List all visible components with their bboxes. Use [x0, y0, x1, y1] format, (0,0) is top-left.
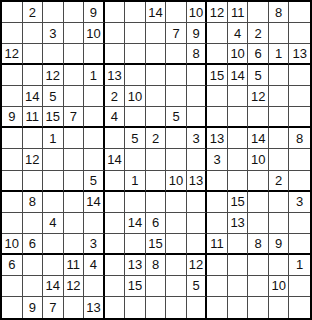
- cell-r2c15[interactable]: [289, 23, 310, 44]
- cell-r9c8[interactable]: [146, 171, 167, 192]
- cell-r1c15[interactable]: [289, 2, 310, 23]
- cell-r14c4[interactable]: 12: [64, 276, 85, 297]
- cell-r4c3[interactable]: 12: [43, 65, 64, 86]
- cell-r3c15[interactable]: 13: [289, 44, 310, 65]
- cell-r1c12[interactable]: 11: [228, 2, 249, 23]
- cell-r7c13[interactable]: 14: [248, 128, 269, 149]
- cell-r9c12[interactable]: [228, 171, 249, 192]
- cell-r2c1[interactable]: [2, 23, 23, 44]
- cell-r1c8[interactable]: 14: [146, 2, 167, 23]
- cell-r10c1[interactable]: [2, 192, 23, 213]
- cell-r14c8[interactable]: [146, 276, 167, 297]
- cell-r4c13[interactable]: 5: [248, 65, 269, 86]
- cell-r8c9[interactable]: [166, 149, 187, 170]
- cell-r4c14[interactable]: [269, 65, 290, 86]
- cell-r5c3[interactable]: 5: [43, 86, 64, 107]
- cell-r6c14[interactable]: [269, 107, 290, 128]
- cell-r10c2[interactable]: 8: [23, 192, 44, 213]
- cell-r14c11[interactable]: [207, 276, 228, 297]
- cell-r2c8[interactable]: [146, 23, 167, 44]
- cell-r2c10[interactable]: 9: [187, 23, 208, 44]
- cell-r7c5[interactable]: [84, 128, 105, 149]
- cell-r12c1[interactable]: 10: [2, 234, 23, 255]
- cell-r6c11[interactable]: [207, 107, 228, 128]
- sudoku-board: 2914101211831079421281061131211315145145…: [0, 0, 312, 320]
- cell-r7c7[interactable]: 5: [125, 128, 146, 149]
- cell-r3c6[interactable]: [105, 44, 126, 65]
- cell-r10c11[interactable]: [207, 192, 228, 213]
- cell-r11c4[interactable]: [64, 213, 85, 234]
- cell-r4c5[interactable]: 1: [84, 65, 105, 86]
- cell-r3c14[interactable]: 1: [269, 44, 290, 65]
- cell-r10c14[interactable]: [269, 192, 290, 213]
- cell-r4c2[interactable]: [23, 65, 44, 86]
- cell-r12c3[interactable]: [43, 234, 64, 255]
- cell-r10c7[interactable]: [125, 192, 146, 213]
- cell-r13c3[interactable]: [43, 255, 64, 276]
- cell-r6c8[interactable]: [146, 107, 167, 128]
- cell-r6c5[interactable]: [84, 107, 105, 128]
- cell-r3c2[interactable]: [23, 44, 44, 65]
- cell-r6c3[interactable]: 15: [43, 107, 64, 128]
- cell-r11c7[interactable]: 14: [125, 213, 146, 234]
- cell-r14c12[interactable]: [228, 276, 249, 297]
- cell-r7c1[interactable]: [2, 128, 23, 149]
- cell-r8c14[interactable]: [269, 149, 290, 170]
- cell-r7c11[interactable]: 13: [207, 128, 228, 149]
- cell-r3c9[interactable]: [166, 44, 187, 65]
- cell-r3c1[interactable]: 12: [2, 44, 23, 65]
- cell-r2c2[interactable]: [23, 23, 44, 44]
- cell-r2c7[interactable]: [125, 23, 146, 44]
- cell-r7c8[interactable]: 2: [146, 128, 167, 149]
- cell-r15c15[interactable]: [289, 297, 310, 318]
- cell-r10c15[interactable]: 3: [289, 192, 310, 213]
- cell-r15c11[interactable]: [207, 297, 228, 318]
- cell-r13c5[interactable]: 4: [84, 255, 105, 276]
- cell-r9c15[interactable]: [289, 171, 310, 192]
- cell-r5c6[interactable]: 2: [105, 86, 126, 107]
- cell-r2c9[interactable]: 7: [166, 23, 187, 44]
- cell-r4c15[interactable]: [289, 65, 310, 86]
- cell-r11c1[interactable]: [2, 213, 23, 234]
- cell-r8c12[interactable]: [228, 149, 249, 170]
- cell-r10c4[interactable]: [64, 192, 85, 213]
- cell-r3c5[interactable]: [84, 44, 105, 65]
- cell-r3c12[interactable]: 10: [228, 44, 249, 65]
- cell-r14c14[interactable]: 10: [269, 276, 290, 297]
- cell-r9c7[interactable]: 1: [125, 171, 146, 192]
- cell-r9c9[interactable]: 10: [166, 171, 187, 192]
- cell-r1c14[interactable]: 8: [269, 2, 290, 23]
- cell-r3c13[interactable]: 6: [248, 44, 269, 65]
- cell-r13c6[interactable]: [105, 255, 126, 276]
- cell-r12c13[interactable]: 8: [248, 234, 269, 255]
- cell-r10c9[interactable]: [166, 192, 187, 213]
- cell-r15c9[interactable]: [166, 297, 187, 318]
- cell-r14c15[interactable]: [289, 276, 310, 297]
- cell-r12c7[interactable]: [125, 234, 146, 255]
- cell-r11c10[interactable]: [187, 213, 208, 234]
- cell-r5c5[interactable]: [84, 86, 105, 107]
- cell-r9c1[interactable]: [2, 171, 23, 192]
- cell-r7c9[interactable]: [166, 128, 187, 149]
- cell-r5c4[interactable]: [64, 86, 85, 107]
- cell-r13c9[interactable]: [166, 255, 187, 276]
- cell-r2c5[interactable]: 10: [84, 23, 105, 44]
- cell-r12c11[interactable]: 11: [207, 234, 228, 255]
- cell-r11c5[interactable]: [84, 213, 105, 234]
- cell-r14c5[interactable]: [84, 276, 105, 297]
- cell-r11c9[interactable]: [166, 213, 187, 234]
- cell-r8c15[interactable]: [289, 149, 310, 170]
- cell-r13c10[interactable]: 12: [187, 255, 208, 276]
- cell-r5c8[interactable]: [146, 86, 167, 107]
- cell-r1c4[interactable]: [64, 2, 85, 23]
- cell-r14c6[interactable]: [105, 276, 126, 297]
- cell-r15c8[interactable]: [146, 297, 167, 318]
- cell-r9c13[interactable]: [248, 171, 269, 192]
- cell-r11c6[interactable]: [105, 213, 126, 234]
- cell-r13c7[interactable]: 13: [125, 255, 146, 276]
- cell-r7c14[interactable]: [269, 128, 290, 149]
- cell-r1c1[interactable]: [2, 2, 23, 23]
- cell-r7c12[interactable]: [228, 128, 249, 149]
- cell-r6c6[interactable]: 4: [105, 107, 126, 128]
- cell-r10c8[interactable]: [146, 192, 167, 213]
- cell-r9c10[interactable]: 13: [187, 171, 208, 192]
- cell-r3c10[interactable]: 8: [187, 44, 208, 65]
- cell-r13c13[interactable]: [248, 255, 269, 276]
- cell-r11c13[interactable]: [248, 213, 269, 234]
- cell-r15c5[interactable]: 13: [84, 297, 105, 318]
- cell-r9c3[interactable]: [43, 171, 64, 192]
- cell-r14c10[interactable]: 5: [187, 276, 208, 297]
- cell-r4c4[interactable]: [64, 65, 85, 86]
- cell-r8c11[interactable]: 3: [207, 149, 228, 170]
- cell-r8c13[interactable]: 10: [248, 149, 269, 170]
- cell-r15c10[interactable]: [187, 297, 208, 318]
- cell-r7c15[interactable]: 8: [289, 128, 310, 149]
- cell-r15c3[interactable]: 7: [43, 297, 64, 318]
- cell-r2c13[interactable]: 2: [248, 23, 269, 44]
- cell-r3c4[interactable]: [64, 44, 85, 65]
- cell-r14c1[interactable]: [2, 276, 23, 297]
- cell-r14c9[interactable]: [166, 276, 187, 297]
- cell-r15c7[interactable]: [125, 297, 146, 318]
- cell-r14c13[interactable]: [248, 276, 269, 297]
- cell-r1c3[interactable]: [43, 2, 64, 23]
- cell-r15c4[interactable]: [64, 297, 85, 318]
- cell-r6c4[interactable]: 7: [64, 107, 85, 128]
- cell-r4c6[interactable]: 13: [105, 65, 126, 86]
- cell-r6c7[interactable]: [125, 107, 146, 128]
- cell-r10c6[interactable]: [105, 192, 126, 213]
- cell-r12c14[interactable]: 9: [269, 234, 290, 255]
- cell-r10c3[interactable]: [43, 192, 64, 213]
- cell-r10c10[interactable]: [187, 192, 208, 213]
- cell-r7c2[interactable]: [23, 128, 44, 149]
- cell-r12c2[interactable]: 6: [23, 234, 44, 255]
- cell-r2c3[interactable]: 3: [43, 23, 64, 44]
- cell-r2c11[interactable]: [207, 23, 228, 44]
- cell-r8c5[interactable]: [84, 149, 105, 170]
- cell-r1c10[interactable]: 10: [187, 2, 208, 23]
- cell-r15c2[interactable]: 9: [23, 297, 44, 318]
- cell-r11c11[interactable]: [207, 213, 228, 234]
- cell-r5c7[interactable]: 10: [125, 86, 146, 107]
- cell-r11c14[interactable]: [269, 213, 290, 234]
- cell-r7c4[interactable]: [64, 128, 85, 149]
- cell-r13c14[interactable]: [269, 255, 290, 276]
- cell-r7c3[interactable]: 1: [43, 128, 64, 149]
- cell-r3c8[interactable]: [146, 44, 167, 65]
- cell-r7c10[interactable]: 3: [187, 128, 208, 149]
- cell-r6c13[interactable]: [248, 107, 269, 128]
- cell-r8c3[interactable]: [43, 149, 64, 170]
- cell-r13c2[interactable]: [23, 255, 44, 276]
- cell-r11c8[interactable]: 6: [146, 213, 167, 234]
- cell-r4c8[interactable]: [146, 65, 167, 86]
- cell-r5c13[interactable]: 12: [248, 86, 269, 107]
- cell-r5c2[interactable]: 14: [23, 86, 44, 107]
- cell-r1c11[interactable]: 12: [207, 2, 228, 23]
- cell-r1c5[interactable]: 9: [84, 2, 105, 23]
- cell-r13c8[interactable]: 8: [146, 255, 167, 276]
- cell-r4c1[interactable]: [2, 65, 23, 86]
- cell-r4c7[interactable]: [125, 65, 146, 86]
- cell-r8c8[interactable]: [146, 149, 167, 170]
- cell-r11c12[interactable]: 13: [228, 213, 249, 234]
- cell-r11c15[interactable]: [289, 213, 310, 234]
- cell-r5c14[interactable]: [269, 86, 290, 107]
- cell-r4c9[interactable]: [166, 65, 187, 86]
- cell-r5c1[interactable]: [2, 86, 23, 107]
- cell-r2c6[interactable]: [105, 23, 126, 44]
- cell-r10c12[interactable]: 15: [228, 192, 249, 213]
- cell-r13c12[interactable]: [228, 255, 249, 276]
- cell-r12c10[interactable]: [187, 234, 208, 255]
- cell-r15c13[interactable]: [248, 297, 269, 318]
- cell-r12c12[interactable]: [228, 234, 249, 255]
- cell-r1c6[interactable]: [105, 2, 126, 23]
- cell-r8c7[interactable]: [125, 149, 146, 170]
- cell-r8c2[interactable]: 12: [23, 149, 44, 170]
- cell-r6c15[interactable]: [289, 107, 310, 128]
- cell-r9c11[interactable]: [207, 171, 228, 192]
- cell-r2c12[interactable]: 4: [228, 23, 249, 44]
- cell-r12c8[interactable]: 15: [146, 234, 167, 255]
- cell-r2c4[interactable]: [64, 23, 85, 44]
- cell-r12c15[interactable]: [289, 234, 310, 255]
- cell-r14c3[interactable]: 14: [43, 276, 64, 297]
- cell-r9c14[interactable]: 2: [269, 171, 290, 192]
- cell-r9c6[interactable]: [105, 171, 126, 192]
- cell-r11c2[interactable]: [23, 213, 44, 234]
- cell-r1c9[interactable]: [166, 2, 187, 23]
- cell-r13c15[interactable]: 1: [289, 255, 310, 276]
- cell-r3c3[interactable]: [43, 44, 64, 65]
- cell-r6c9[interactable]: 5: [166, 107, 187, 128]
- cell-r8c1[interactable]: [2, 149, 23, 170]
- cell-r15c14[interactable]: [269, 297, 290, 318]
- cell-r5c15[interactable]: [289, 86, 310, 107]
- cell-r3c11[interactable]: [207, 44, 228, 65]
- cell-r13c4[interactable]: 11: [64, 255, 85, 276]
- cell-r6c10[interactable]: [187, 107, 208, 128]
- cell-r14c2[interactable]: [23, 276, 44, 297]
- cell-r13c1[interactable]: 6: [2, 255, 23, 276]
- cell-r7c6[interactable]: [105, 128, 126, 149]
- cell-r5c11[interactable]: [207, 86, 228, 107]
- cell-r13c11[interactable]: [207, 255, 228, 276]
- cell-r2c14[interactable]: [269, 23, 290, 44]
- cell-r9c5[interactable]: 5: [84, 171, 105, 192]
- cell-r15c1[interactable]: [2, 297, 23, 318]
- cell-r4c12[interactable]: 14: [228, 65, 249, 86]
- cell-r15c12[interactable]: [228, 297, 249, 318]
- cell-r12c4[interactable]: [64, 234, 85, 255]
- cell-r12c5[interactable]: 3: [84, 234, 105, 255]
- cell-r11c3[interactable]: 4: [43, 213, 64, 234]
- cell-r8c4[interactable]: [64, 149, 85, 170]
- cell-r5c10[interactable]: [187, 86, 208, 107]
- cell-r1c7[interactable]: [125, 2, 146, 23]
- cell-r12c9[interactable]: [166, 234, 187, 255]
- cell-r10c5[interactable]: 14: [84, 192, 105, 213]
- cell-r5c9[interactable]: [166, 86, 187, 107]
- cell-r10c13[interactable]: [248, 192, 269, 213]
- cell-r9c2[interactable]: [23, 171, 44, 192]
- cell-r4c10[interactable]: [187, 65, 208, 86]
- cell-r5c12[interactable]: [228, 86, 249, 107]
- cell-r1c2[interactable]: 2: [23, 2, 44, 23]
- cell-r6c2[interactable]: 11: [23, 107, 44, 128]
- cell-r9c4[interactable]: [64, 171, 85, 192]
- cell-r8c10[interactable]: [187, 149, 208, 170]
- cell-r14c7[interactable]: 15: [125, 276, 146, 297]
- cell-r6c1[interactable]: 9: [2, 107, 23, 128]
- cell-r4c11[interactable]: 15: [207, 65, 228, 86]
- cell-r8c6[interactable]: 14: [105, 149, 126, 170]
- cell-r12c6[interactable]: [105, 234, 126, 255]
- cell-r3c7[interactable]: [125, 44, 146, 65]
- cell-r15c6[interactable]: [105, 297, 126, 318]
- cell-r1c13[interactable]: [248, 2, 269, 23]
- cell-r6c12[interactable]: [228, 107, 249, 128]
